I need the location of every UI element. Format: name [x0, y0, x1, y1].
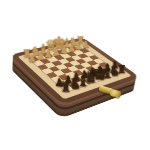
piece-white-pawn: ♟ [60, 45, 69, 55]
clasp-hook [109, 89, 122, 99]
piece-white-pawn: ♟ [52, 47, 61, 57]
piece-black-rook: ♜ [60, 82, 71, 94]
piece-white-pawn: ♟ [36, 51, 45, 61]
piece-white-pawn: ♟ [82, 40, 90, 49]
brass-clasp [99, 83, 125, 99]
chess-set-photo: ♜♞♝♛♚♝♞♜♟♟♟♟♟♟♟♟♟♟♟♟♟♟♟♟♜♞♝♛♚♝♞♜ [0, 0, 150, 150]
piece-white-pawn: ♟ [27, 53, 36, 63]
piece-white-pawn: ♟ [44, 49, 53, 59]
